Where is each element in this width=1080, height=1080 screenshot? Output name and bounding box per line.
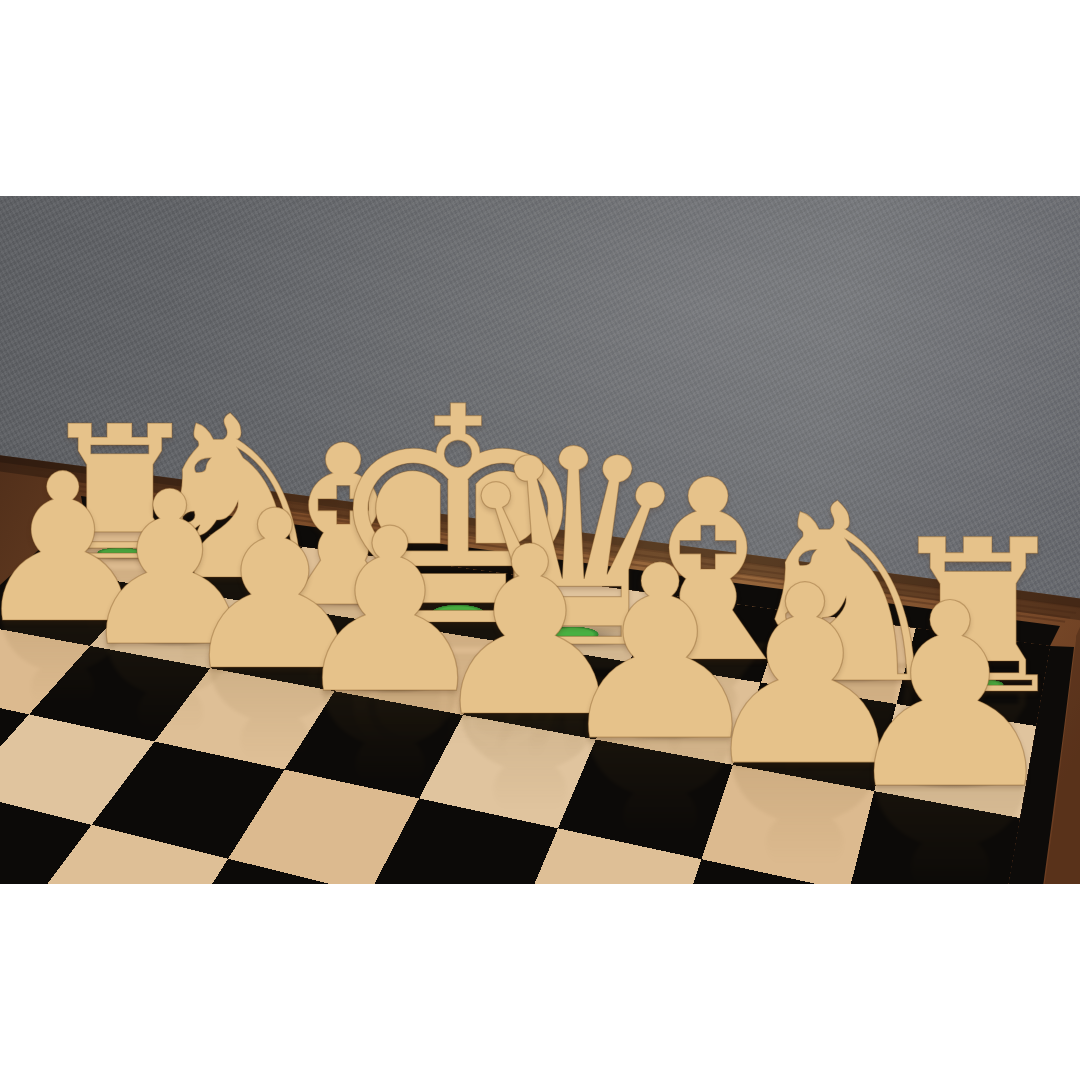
- chess-set-photo: ♜♜♞♞♝♝♚♚♛♛♝♝♞♞♜♜♟♟♟♟♟♟♟♟♟♟♟♟♟♟♟♟: [0, 196, 1080, 884]
- white-pawn-glyph: ♟: [836, 570, 1064, 824]
- product-photo-canvas: ♜♜♞♞♝♝♚♚♛♛♝♝♞♞♜♜♟♟♟♟♟♟♟♟♟♟♟♟♟♟♟♟ Luxury …: [0, 0, 1080, 1080]
- white-band-top: [0, 0, 1080, 196]
- pieces-layer: ♜♜♞♞♝♝♚♚♛♛♝♝♞♞♜♜♟♟♟♟♟♟♟♟♟♟♟♟♟♟♟♟: [0, 196, 1080, 884]
- white-band-bottom: [0, 884, 1080, 1080]
